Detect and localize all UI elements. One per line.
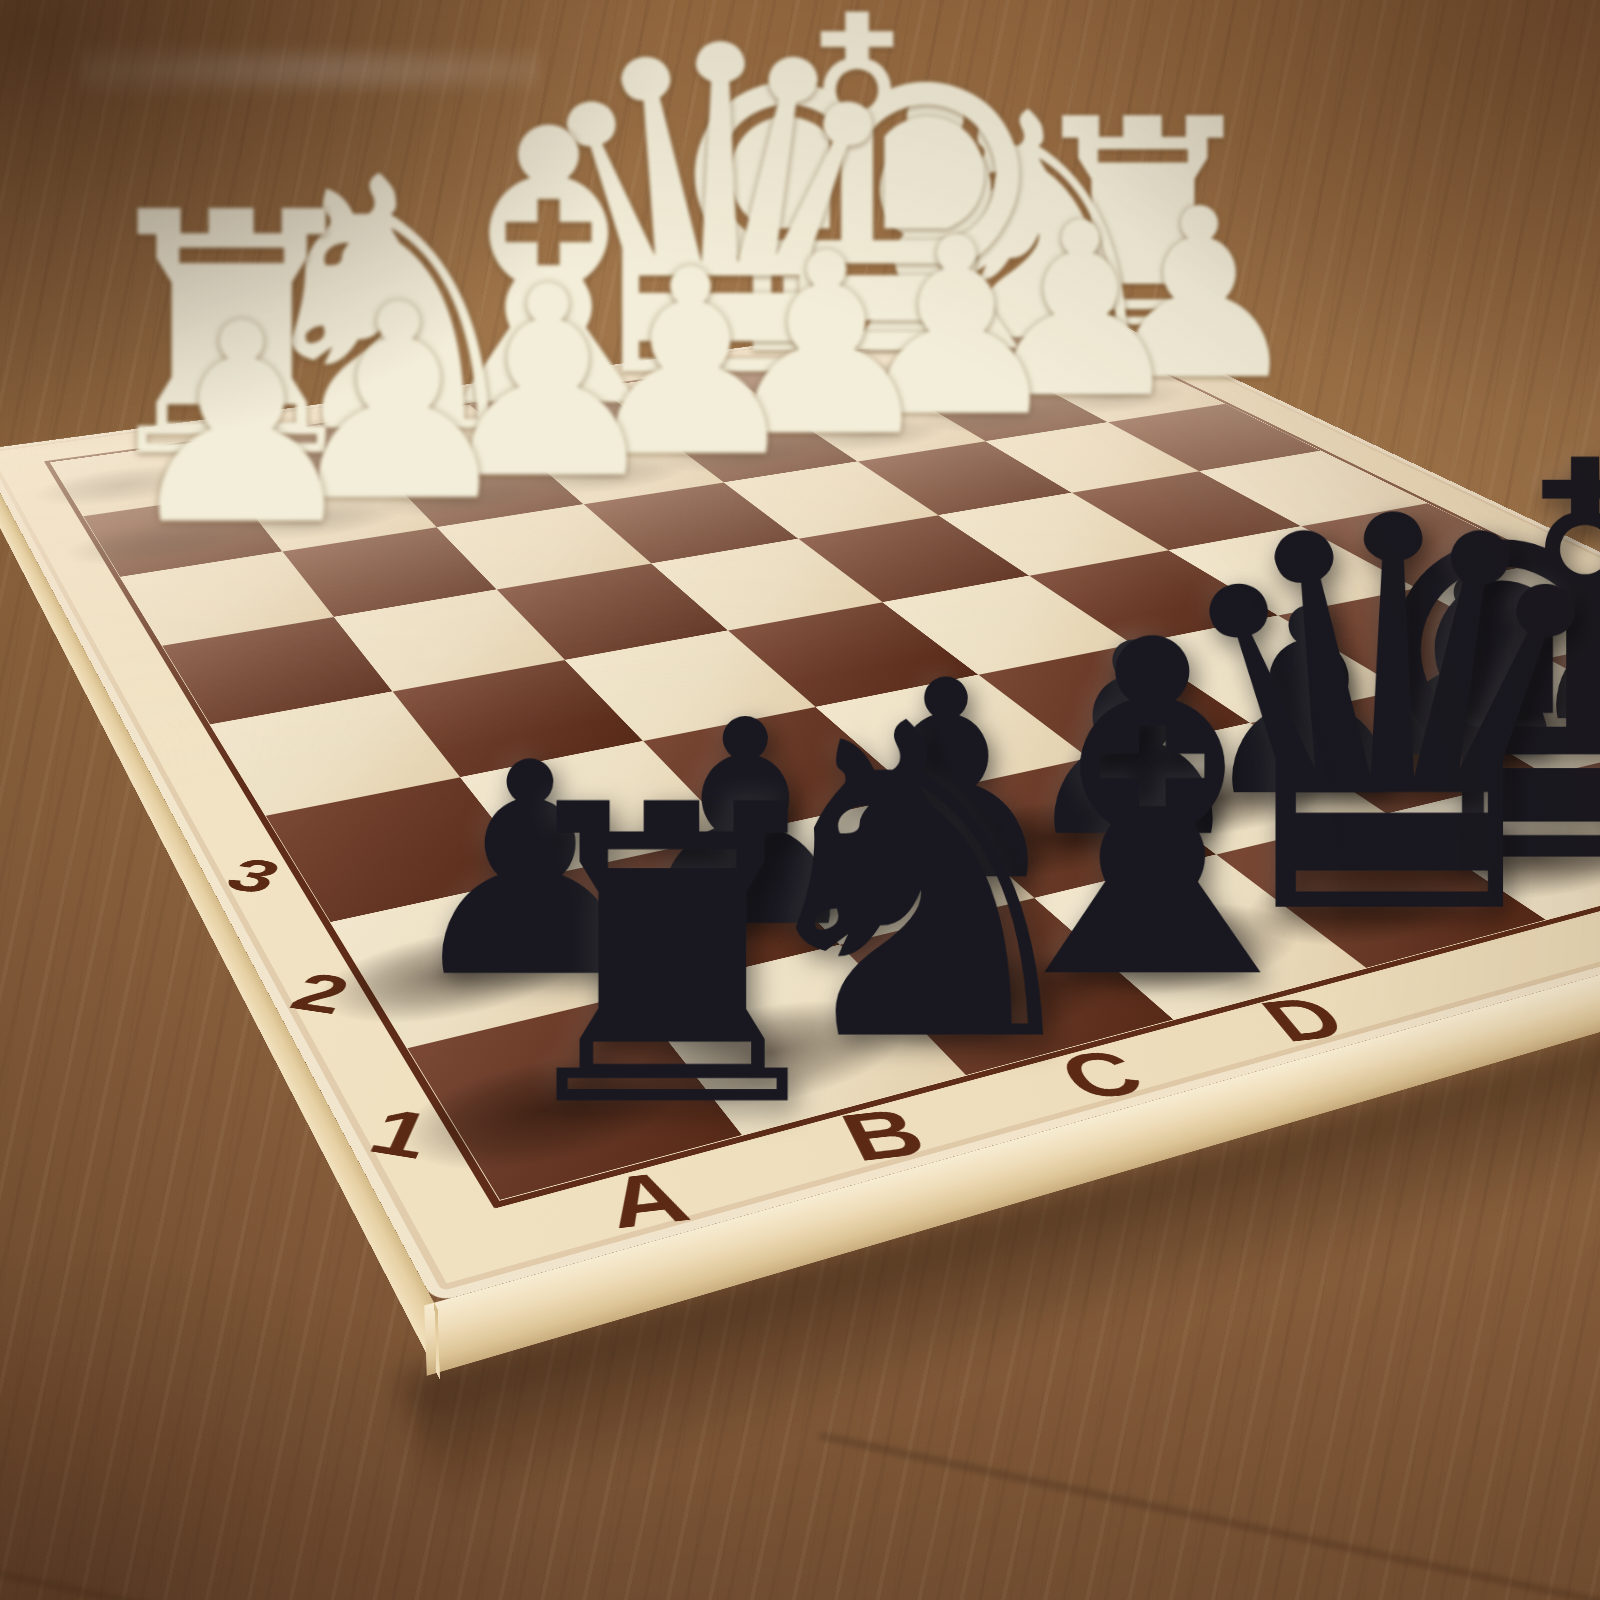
photo-scene: ABCD123♜♞♝♛♚♝♞♜♟♟♟♟♟♟♟♟♟♟♟♟♟♟♟♟♜♞♝♛♚♝♞♜ <box>0 0 1600 1600</box>
rank-label-3: 3 <box>217 852 289 901</box>
file-label-D: D <box>1249 988 1361 1051</box>
rank-label-2: 2 <box>282 964 359 1022</box>
file-label-C: C <box>1048 1041 1157 1109</box>
chessboard: ABCD123♜♞♝♛♚♝♞♜♟♟♟♟♟♟♟♟♟♟♟♟♟♟♟♟♜♞♝♛♚♝♞♜ <box>0 303 1600 1303</box>
file-label-B: B <box>831 1099 937 1172</box>
white-queen-glyph: ♛ <box>517 0 663 441</box>
white-rook-glyph: ♜ <box>1014 82 1149 369</box>
white-king-glyph: ♚ <box>649 0 792 422</box>
rank-label-1: 1 <box>360 1099 441 1169</box>
file-label-A: A <box>597 1161 698 1240</box>
